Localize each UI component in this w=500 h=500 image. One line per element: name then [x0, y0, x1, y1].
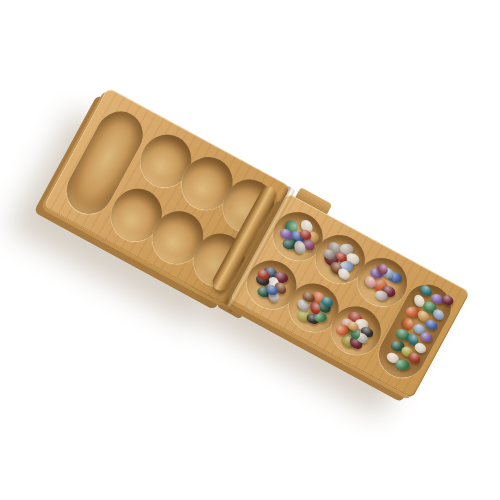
- mancala-board: [45, 91, 479, 406]
- gemstone: [440, 293, 455, 307]
- product-photo: [0, 0, 500, 500]
- gemstone: [419, 331, 433, 343]
- gemstone: [395, 359, 409, 370]
